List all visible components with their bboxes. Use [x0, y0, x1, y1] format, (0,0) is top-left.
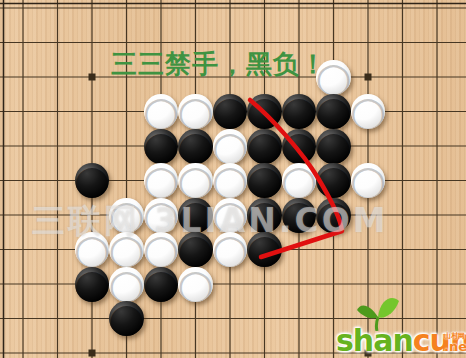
logo-shan: shan: [336, 323, 413, 358]
logo-site-net: .net: [444, 340, 466, 353]
center-watermark-text: 三联网 3LIAN.COM: [32, 199, 389, 244]
gomoku-board-screenshot: ○○○●●●●○●●○●●●●○○○●○●○○○●○●●●○○○●○●●○●○●…: [0, 0, 466, 358]
forbidden-move-caption: 三三禁手，黑负！: [111, 47, 327, 82]
logo-site-name: 山村网 .net: [444, 332, 466, 353]
shancun-watermark-logo: shancun 山村网 .net: [334, 291, 466, 358]
